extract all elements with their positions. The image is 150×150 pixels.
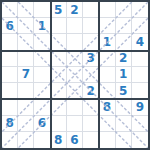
given-digit: 9: [136, 101, 144, 113]
cell-r8c6[interactable]: [83, 116, 99, 132]
cell-r7c8[interactable]: [116, 99, 132, 115]
cell-r5c7[interactable]: [99, 67, 115, 83]
cell-r6c5[interactable]: [67, 83, 83, 99]
cell-r2c7[interactable]: [99, 18, 115, 34]
cell-r7c4[interactable]: [51, 99, 67, 115]
cell-r5c6[interactable]: [83, 67, 99, 83]
cell-r9c2[interactable]: [18, 132, 34, 148]
cell-r6c8[interactable]: 5: [116, 83, 132, 99]
cell-r8c1[interactable]: 8: [2, 116, 18, 132]
cell-r1c9[interactable]: [132, 2, 148, 18]
cell-r7c9[interactable]: 9: [132, 99, 148, 115]
argyle-sudoku-screen: 526114327125898686: [0, 0, 150, 150]
given-digit: 6: [38, 117, 46, 129]
given-digit: 3: [87, 52, 95, 64]
cell-r2c1[interactable]: 6: [2, 18, 18, 34]
cell-r2c5[interactable]: [67, 18, 83, 34]
cell-r8c7[interactable]: [99, 116, 115, 132]
sudoku-board: 526114327125898686: [0, 0, 150, 150]
cell-r1c6[interactable]: [83, 2, 99, 18]
cell-r7c5[interactable]: [67, 99, 83, 115]
cell-r3c1[interactable]: [2, 34, 18, 50]
cell-r9c3[interactable]: [34, 132, 50, 148]
cell-r7c6[interactable]: [83, 99, 99, 115]
given-digit: 2: [119, 52, 127, 64]
cell-r1c7[interactable]: [99, 2, 115, 18]
cell-r8c9[interactable]: [132, 116, 148, 132]
given-digit: 8: [54, 134, 62, 146]
cell-r1c1[interactable]: [2, 2, 18, 18]
cell-r9c1[interactable]: [2, 132, 18, 148]
given-digit: 1: [38, 20, 46, 32]
cell-r4c4[interactable]: [51, 51, 67, 67]
cell-r5c4[interactable]: [51, 67, 67, 83]
cell-r6c4[interactable]: [51, 83, 67, 99]
cell-r2c6[interactable]: [83, 18, 99, 34]
cell-r4c6[interactable]: 3: [83, 51, 99, 67]
cell-r5c9[interactable]: [132, 67, 148, 83]
cell-r6c1[interactable]: [2, 83, 18, 99]
cell-r6c3[interactable]: [34, 83, 50, 99]
cell-r4c1[interactable]: [2, 51, 18, 67]
cell-r5c8[interactable]: 1: [116, 67, 132, 83]
cell-r8c8[interactable]: [116, 116, 132, 132]
cell-r6c6[interactable]: 2: [83, 83, 99, 99]
cell-r2c4[interactable]: [51, 18, 67, 34]
cell-r1c5[interactable]: 2: [67, 2, 83, 18]
cell-r3c6[interactable]: [83, 34, 99, 50]
cell-r8c5[interactable]: [67, 116, 83, 132]
cell-r1c8[interactable]: [116, 2, 132, 18]
cell-r8c3[interactable]: 6: [34, 116, 50, 132]
cell-r3c4[interactable]: [51, 34, 67, 50]
cell-r7c2[interactable]: [18, 99, 34, 115]
given-digit: 5: [54, 4, 62, 16]
cell-r7c7[interactable]: 8: [99, 99, 115, 115]
cell-r4c3[interactable]: [34, 51, 50, 67]
cell-r3c7[interactable]: 1: [99, 34, 115, 50]
cell-grid: 526114327125898686: [2, 2, 148, 148]
cell-r7c1[interactable]: [2, 99, 18, 115]
cell-r7c3[interactable]: [34, 99, 50, 115]
cell-r3c3[interactable]: [34, 34, 50, 50]
cell-r9c5[interactable]: 6: [67, 132, 83, 148]
cell-r4c8[interactable]: 2: [116, 51, 132, 67]
given-digit: 2: [87, 85, 95, 97]
cell-r2c2[interactable]: [18, 18, 34, 34]
given-digit: 2: [70, 4, 78, 16]
given-digit: 4: [136, 36, 144, 48]
given-digit: 5: [119, 85, 127, 97]
cell-r5c3[interactable]: [34, 67, 50, 83]
given-digit: 8: [5, 117, 13, 129]
cell-r9c7[interactable]: [99, 132, 115, 148]
cell-r3c2[interactable]: [18, 34, 34, 50]
cell-r9c4[interactable]: 8: [51, 132, 67, 148]
cell-r4c5[interactable]: [67, 51, 83, 67]
given-digit: 7: [22, 68, 30, 80]
cell-r5c2[interactable]: 7: [18, 67, 34, 83]
cell-r3c8[interactable]: [116, 34, 132, 50]
cell-r9c6[interactable]: [83, 132, 99, 148]
cell-r2c8[interactable]: [116, 18, 132, 34]
cell-r4c7[interactable]: [99, 51, 115, 67]
cell-r8c4[interactable]: [51, 116, 67, 132]
cell-r5c1[interactable]: [2, 67, 18, 83]
cell-r9c8[interactable]: [116, 132, 132, 148]
cell-r1c3[interactable]: [34, 2, 50, 18]
given-digit: 1: [119, 68, 127, 80]
given-digit: 6: [5, 20, 13, 32]
cell-r9c9[interactable]: [132, 132, 148, 148]
given-digit: 6: [70, 134, 78, 146]
cell-r4c2[interactable]: [18, 51, 34, 67]
cell-r3c9[interactable]: 4: [132, 34, 148, 50]
given-digit: 1: [103, 36, 111, 48]
cell-r5c5[interactable]: [67, 67, 83, 83]
cell-r6c7[interactable]: [99, 83, 115, 99]
cell-r6c9[interactable]: [132, 83, 148, 99]
cell-r1c2[interactable]: [18, 2, 34, 18]
cell-r2c9[interactable]: [132, 18, 148, 34]
cell-r8c2[interactable]: [18, 116, 34, 132]
given-digit: 8: [103, 101, 111, 113]
cell-r6c2[interactable]: [18, 83, 34, 99]
cell-r1c4[interactable]: 5: [51, 2, 67, 18]
cell-r3c5[interactable]: [67, 34, 83, 50]
cell-r2c3[interactable]: 1: [34, 18, 50, 34]
cell-r4c9[interactable]: [132, 51, 148, 67]
